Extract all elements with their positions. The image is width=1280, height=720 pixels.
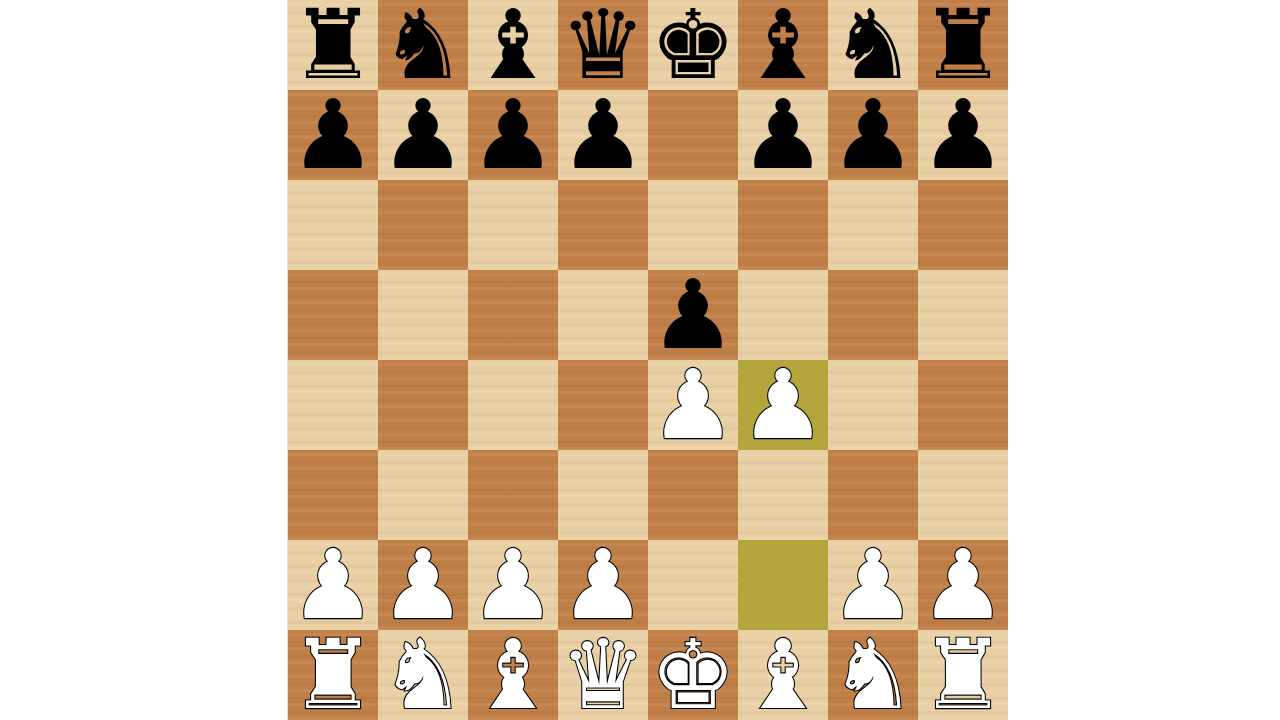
piece-black-pawn[interactable]: ♟︎: [918, 90, 1008, 180]
square-b2[interactable]: ♟︎: [378, 540, 468, 630]
square-f8[interactable]: ♝: [738, 0, 828, 90]
square-e3[interactable]: [648, 450, 738, 540]
square-h3[interactable]: [918, 450, 1008, 540]
square-h5[interactable]: [918, 270, 1008, 360]
piece-black-pawn[interactable]: ♟︎: [828, 90, 918, 180]
square-e4[interactable]: ♟︎: [648, 360, 738, 450]
piece-black-pawn[interactable]: ♟︎: [738, 90, 828, 180]
square-f3[interactable]: [738, 450, 828, 540]
piece-white-pawn[interactable]: ♟︎: [918, 540, 1008, 630]
square-c5[interactable]: [468, 270, 558, 360]
piece-black-pawn[interactable]: ♟︎: [648, 270, 738, 360]
square-a7[interactable]: ♟︎: [288, 90, 378, 180]
square-f7[interactable]: ♟︎: [738, 90, 828, 180]
page-background: ♜♞♝♛♚♝♞♜♟︎♟︎♟︎♟︎♟︎♟︎♟︎♟︎♟︎♟︎♟︎♟︎♟︎♟︎♟︎♟︎…: [0, 0, 1280, 720]
square-g1[interactable]: ♞: [828, 630, 918, 720]
square-d4[interactable]: [558, 360, 648, 450]
square-d5[interactable]: [558, 270, 648, 360]
square-h2[interactable]: ♟︎: [918, 540, 1008, 630]
square-e7[interactable]: [648, 90, 738, 180]
square-g3[interactable]: [828, 450, 918, 540]
square-c1[interactable]: ♝: [468, 630, 558, 720]
piece-white-rook[interactable]: ♜: [288, 630, 378, 720]
piece-black-king[interactable]: ♚: [648, 0, 738, 90]
piece-black-pawn[interactable]: ♟︎: [378, 90, 468, 180]
piece-white-pawn[interactable]: ♟︎: [828, 540, 918, 630]
square-d8[interactable]: ♛: [558, 0, 648, 90]
square-b4[interactable]: [378, 360, 468, 450]
piece-white-pawn[interactable]: ♟︎: [378, 540, 468, 630]
square-g5[interactable]: [828, 270, 918, 360]
piece-white-knight[interactable]: ♞: [828, 630, 918, 720]
square-b1[interactable]: ♞: [378, 630, 468, 720]
square-e6[interactable]: [648, 180, 738, 270]
piece-white-king[interactable]: ♚: [648, 630, 738, 720]
square-f6[interactable]: [738, 180, 828, 270]
square-g2[interactable]: ♟︎: [828, 540, 918, 630]
square-e8[interactable]: ♚: [648, 0, 738, 90]
piece-black-rook[interactable]: ♜: [288, 0, 378, 90]
piece-white-queen[interactable]: ♛: [558, 630, 648, 720]
piece-black-pawn[interactable]: ♟︎: [468, 90, 558, 180]
square-g6[interactable]: [828, 180, 918, 270]
square-h4[interactable]: [918, 360, 1008, 450]
square-a8[interactable]: ♜: [288, 0, 378, 90]
square-b8[interactable]: ♞: [378, 0, 468, 90]
square-d7[interactable]: ♟︎: [558, 90, 648, 180]
piece-white-knight[interactable]: ♞: [378, 630, 468, 720]
square-e2[interactable]: [648, 540, 738, 630]
square-f4[interactable]: ♟︎: [738, 360, 828, 450]
square-e5[interactable]: ♟︎: [648, 270, 738, 360]
square-a2[interactable]: ♟︎: [288, 540, 378, 630]
square-b6[interactable]: [378, 180, 468, 270]
piece-black-bishop[interactable]: ♝: [738, 0, 828, 90]
piece-white-pawn[interactable]: ♟︎: [468, 540, 558, 630]
piece-black-pawn[interactable]: ♟︎: [288, 90, 378, 180]
square-b5[interactable]: [378, 270, 468, 360]
piece-white-pawn[interactable]: ♟︎: [288, 540, 378, 630]
square-c3[interactable]: [468, 450, 558, 540]
square-h6[interactable]: [918, 180, 1008, 270]
piece-white-bishop[interactable]: ♝: [738, 630, 828, 720]
piece-white-pawn[interactable]: ♟︎: [738, 360, 828, 450]
square-h7[interactable]: ♟︎: [918, 90, 1008, 180]
square-g8[interactable]: ♞: [828, 0, 918, 90]
square-c4[interactable]: [468, 360, 558, 450]
square-f5[interactable]: [738, 270, 828, 360]
square-c2[interactable]: ♟︎: [468, 540, 558, 630]
square-d1[interactable]: ♛: [558, 630, 648, 720]
square-d2[interactable]: ♟︎: [558, 540, 648, 630]
square-f2[interactable]: [738, 540, 828, 630]
square-e1[interactable]: ♚: [648, 630, 738, 720]
piece-black-pawn[interactable]: ♟︎: [558, 90, 648, 180]
square-f1[interactable]: ♝: [738, 630, 828, 720]
square-a1[interactable]: ♜: [288, 630, 378, 720]
piece-black-rook[interactable]: ♜: [918, 0, 1008, 90]
square-a4[interactable]: [288, 360, 378, 450]
square-c6[interactable]: [468, 180, 558, 270]
square-h1[interactable]: ♜: [918, 630, 1008, 720]
square-a6[interactable]: [288, 180, 378, 270]
square-b7[interactable]: ♟︎: [378, 90, 468, 180]
square-d6[interactable]: [558, 180, 648, 270]
piece-black-knight[interactable]: ♞: [828, 0, 918, 90]
piece-white-pawn[interactable]: ♟︎: [558, 540, 648, 630]
square-g7[interactable]: ♟︎: [828, 90, 918, 180]
piece-white-bishop[interactable]: ♝: [468, 630, 558, 720]
piece-black-bishop[interactable]: ♝: [468, 0, 558, 90]
square-d3[interactable]: [558, 450, 648, 540]
square-b3[interactable]: [378, 450, 468, 540]
piece-white-pawn[interactable]: ♟︎: [648, 360, 738, 450]
chess-board: ♜♞♝♛♚♝♞♜♟︎♟︎♟︎♟︎♟︎♟︎♟︎♟︎♟︎♟︎♟︎♟︎♟︎♟︎♟︎♟︎…: [288, 0, 1008, 720]
square-h8[interactable]: ♜: [918, 0, 1008, 90]
square-a3[interactable]: [288, 450, 378, 540]
piece-black-queen[interactable]: ♛: [558, 0, 648, 90]
square-c7[interactable]: ♟︎: [468, 90, 558, 180]
square-a5[interactable]: [288, 270, 378, 360]
square-g4[interactable]: [828, 360, 918, 450]
piece-black-knight[interactable]: ♞: [378, 0, 468, 90]
square-c8[interactable]: ♝: [468, 0, 558, 90]
piece-white-rook[interactable]: ♜: [918, 630, 1008, 720]
